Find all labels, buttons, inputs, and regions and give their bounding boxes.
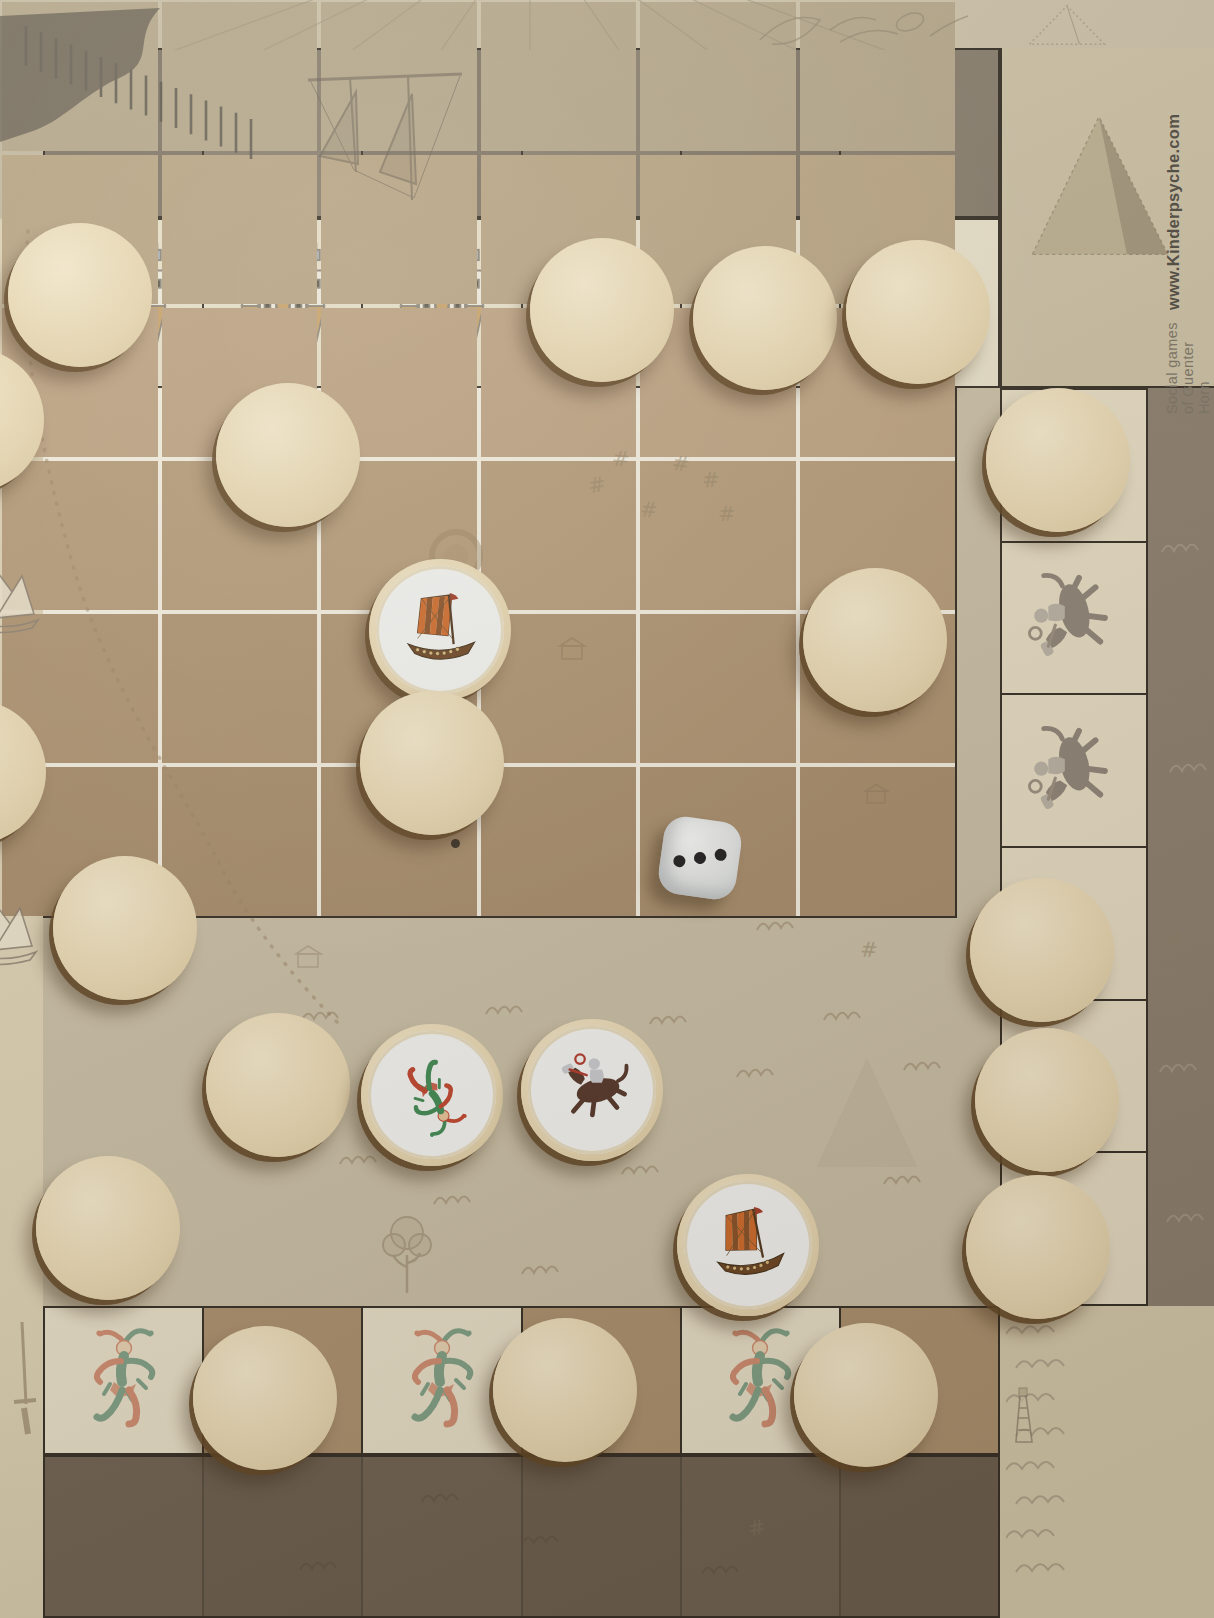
map-squiggle xyxy=(882,1172,928,1188)
board-peg-dot xyxy=(451,839,460,848)
dark-bottom-cell-2 xyxy=(363,1457,520,1616)
knight-icon xyxy=(1020,559,1128,677)
wooden-disc-K[interactable] xyxy=(970,878,1114,1022)
inner-cell-c5r5 xyxy=(800,767,956,916)
ship-icon xyxy=(376,566,504,694)
inner-cell-c1r4 xyxy=(162,614,318,763)
inner-cell-c4r4 xyxy=(640,614,796,763)
die-pip xyxy=(673,854,687,868)
wooden-disc-P[interactable] xyxy=(36,1156,180,1300)
wooden-disc-J[interactable] xyxy=(53,856,197,1000)
publisher-line: Social games of Guenter Horn xyxy=(1164,314,1212,414)
dark-bottom-cell-5 xyxy=(841,1457,998,1616)
dark-bottom-cell-1 xyxy=(204,1457,361,1616)
wooden-disc-F[interactable] xyxy=(986,388,1130,532)
inner-cell-c1r0 xyxy=(162,2,318,151)
dark-border-row-bottom xyxy=(43,1455,1000,1618)
jester-icon xyxy=(392,1316,492,1446)
inner-cell-c0r0 xyxy=(2,2,158,151)
wooden-disc-L[interactable] xyxy=(206,1013,350,1157)
knight-cell-1 xyxy=(1002,543,1146,694)
map-squiggle xyxy=(822,1008,868,1024)
dark-border-column-right xyxy=(1148,388,1214,1306)
hut-icon xyxy=(292,944,326,970)
knight-cell-2 xyxy=(1002,695,1146,846)
wooden-disc-R[interactable] xyxy=(966,1175,1110,1319)
inner-cell-c2r0 xyxy=(321,2,477,151)
die-pip xyxy=(714,848,728,862)
jester-icon xyxy=(345,1008,520,1183)
knight-icon xyxy=(528,1026,656,1154)
pyramid-corner-cell: Social games of Guenter Horn www.Kinderp… xyxy=(1000,48,1214,388)
tree-icon xyxy=(372,1205,442,1300)
branding-text: Social games of Guenter Horn www.Kinderp… xyxy=(1164,114,1212,414)
inner-cell-c4r0 xyxy=(640,2,796,151)
map-hash-mark: # xyxy=(859,938,878,963)
map-squiggle xyxy=(338,1152,384,1168)
jester-icon xyxy=(74,1316,174,1446)
map-squiggle xyxy=(520,1262,566,1278)
map-squiggle xyxy=(648,1012,694,1028)
map-squiggle xyxy=(735,1065,781,1081)
inner-cell-c1r1 xyxy=(162,155,318,304)
wooden-disc-U2[interactable] xyxy=(794,1323,938,1467)
wooden-disc-O[interactable] xyxy=(975,1028,1119,1172)
ship-disc-G[interactable] xyxy=(369,559,511,701)
wooden-disc-I[interactable] xyxy=(360,691,504,835)
pyramid-icon xyxy=(1024,100,1174,269)
website-line: www.Kinderpsyche.com xyxy=(1164,114,1183,310)
map-squiggle xyxy=(755,918,801,934)
inner-cell-c4r3 xyxy=(640,461,796,610)
jester-cell-0 xyxy=(45,1308,202,1453)
inner-cell-c3r5 xyxy=(481,767,637,916)
wooden-disc-H[interactable] xyxy=(803,568,947,712)
sea-corner xyxy=(1000,1306,1214,1618)
wooden-disc-C[interactable] xyxy=(693,246,837,390)
wooden-disc-A[interactable] xyxy=(8,223,152,367)
wooden-disc-B[interactable] xyxy=(530,238,674,382)
wooden-disc-T2[interactable] xyxy=(493,1318,637,1462)
map-squiggle xyxy=(902,1058,948,1074)
inner-cell-c3r3 xyxy=(481,461,637,610)
jester-disc-M[interactable] xyxy=(361,1024,503,1166)
ship-icon xyxy=(678,1175,819,1316)
map-squiggle xyxy=(432,1192,478,1208)
knight-disc-N[interactable] xyxy=(521,1019,663,1161)
inner-cell-c3r0 xyxy=(481,2,637,151)
inner-cell-c2r1 xyxy=(321,155,477,304)
inner-cell-c0r3 xyxy=(2,461,158,610)
wooden-disc-D[interactable] xyxy=(846,240,990,384)
board-photo: Social games of Guenter Horn www.Kinderp… xyxy=(0,0,1214,1618)
die-showing-3[interactable] xyxy=(656,814,744,902)
inner-cell-c5r0 xyxy=(800,2,956,151)
die-pip xyxy=(693,851,707,865)
dark-bottom-cell-4 xyxy=(682,1457,839,1616)
dark-bottom-cell-3 xyxy=(523,1457,680,1616)
wooden-disc-E[interactable] xyxy=(216,383,360,527)
map-squiggle xyxy=(484,1002,530,1018)
knight-icon xyxy=(1020,712,1128,830)
dark-bottom-cell-0 xyxy=(45,1457,202,1616)
map-squiggle xyxy=(620,1162,666,1178)
pyramid-ghost-icon xyxy=(812,1052,922,1172)
wooden-disc-S2[interactable] xyxy=(193,1326,337,1470)
ship-disc-Q[interactable] xyxy=(677,1174,819,1316)
